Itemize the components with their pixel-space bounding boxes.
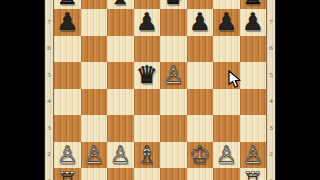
rank-label-6: 6 [45, 45, 53, 52]
square-c1[interactable] [107, 168, 134, 180]
rank-label-5: 5 [45, 72, 53, 79]
square-a7[interactable]: ♟ [54, 9, 81, 36]
square-f4[interactable] [187, 89, 214, 116]
square-a1[interactable]: ♖ [54, 168, 81, 180]
piece-black-pawn-a7[interactable]: ♟ [54, 9, 81, 36]
piece-white-pawn-a2[interactable]: ♙ [54, 142, 81, 169]
rank-label-3: 3 [267, 125, 275, 132]
square-h2[interactable]: ♙ [240, 142, 267, 169]
square-h6[interactable] [240, 36, 267, 63]
square-f2[interactable]: ♔ [187, 142, 214, 169]
square-b5[interactable] [81, 62, 108, 89]
piece-white-rook-h1[interactable]: ♖ [240, 168, 267, 180]
square-c6[interactable] [107, 36, 134, 63]
piece-white-rook-a1[interactable]: ♖ [54, 168, 81, 180]
square-c2[interactable]: ♙ [107, 142, 134, 169]
rank-label-6: 6 [267, 45, 275, 52]
square-d5[interactable]: ♛ [134, 62, 161, 89]
rank-label-5: 5 [267, 72, 275, 79]
piece-black-bishop-c8[interactable]: ♝ [107, 0, 134, 9]
square-d6[interactable] [134, 36, 161, 63]
piece-black-pawn-f7[interactable]: ♟ [187, 9, 214, 36]
piece-white-pawn-g2[interactable]: ♙ [213, 142, 240, 169]
piece-black-king-e8[interactable]: ♚ [160, 0, 187, 9]
square-d7[interactable]: ♟ [134, 9, 161, 36]
square-h5[interactable] [240, 62, 267, 89]
piece-white-bishop-d2[interactable]: ♗ [134, 142, 161, 169]
square-c8[interactable]: ♝ [107, 0, 134, 9]
board-grid: ♜♝♚♜♟♟♟♟♟♛♙♙♙♙♗♔♙♙♖♖ [54, 0, 266, 180]
chess-board: 87654321 ♜♝♚♜♟♟♟♟♟♛♙♙♙♙♗♔♙♙♖♖ 87654321 [44, 0, 276, 180]
square-b8[interactable] [81, 0, 108, 9]
square-g7[interactable]: ♟ [213, 9, 240, 36]
square-e6[interactable] [160, 36, 187, 63]
square-g1[interactable] [213, 168, 240, 180]
square-c3[interactable] [107, 115, 134, 142]
piece-black-pawn-d7[interactable]: ♟ [134, 9, 161, 36]
square-h4[interactable] [240, 89, 267, 116]
square-e3[interactable] [160, 115, 187, 142]
square-b7[interactable] [81, 9, 108, 36]
square-b6[interactable] [81, 36, 108, 63]
rank-label-1: 1 [267, 178, 275, 180]
square-c7[interactable] [107, 9, 134, 36]
square-g2[interactable]: ♙ [213, 142, 240, 169]
piece-white-pawn-c2[interactable]: ♙ [107, 142, 134, 169]
square-e4[interactable] [160, 89, 187, 116]
square-a4[interactable] [54, 89, 81, 116]
piece-white-pawn-e5[interactable]: ♙ [160, 62, 187, 89]
square-h3[interactable] [240, 115, 267, 142]
board-border-right: 87654321 [266, 0, 276, 180]
square-e2[interactable] [160, 142, 187, 169]
square-a2[interactable]: ♙ [54, 142, 81, 169]
square-f7[interactable]: ♟ [187, 9, 214, 36]
rank-label-7: 7 [267, 19, 275, 26]
rank-label-3: 3 [45, 125, 53, 132]
square-d1[interactable] [134, 168, 161, 180]
rank-label-2: 2 [267, 151, 275, 158]
square-d3[interactable] [134, 115, 161, 142]
square-g3[interactable] [213, 115, 240, 142]
square-b4[interactable] [81, 89, 108, 116]
square-f1[interactable] [187, 168, 214, 180]
arrow-cursor [228, 70, 241, 89]
square-f3[interactable] [187, 115, 214, 142]
square-d4[interactable] [134, 89, 161, 116]
square-c4[interactable] [107, 89, 134, 116]
video-frame: 87654321 ♜♝♚♜♟♟♟♟♟♛♙♙♙♙♗♔♙♙♖♖ 87654321 [0, 0, 320, 180]
square-e8[interactable]: ♚ [160, 0, 187, 9]
square-b1[interactable] [81, 168, 108, 180]
square-b3[interactable] [81, 115, 108, 142]
square-e5[interactable]: ♙ [160, 62, 187, 89]
piece-black-pawn-g7[interactable]: ♟ [213, 9, 240, 36]
square-e1[interactable] [160, 168, 187, 180]
board-border-left: 87654321 [44, 0, 54, 180]
square-f6[interactable] [187, 36, 214, 63]
square-d2[interactable]: ♗ [134, 142, 161, 169]
square-h7[interactable]: ♟ [240, 9, 267, 36]
piece-black-pawn-h7[interactable]: ♟ [240, 9, 267, 36]
square-e7[interactable] [160, 9, 187, 36]
piece-white-pawn-b2[interactable]: ♙ [81, 142, 108, 169]
piece-black-queen-d5[interactable]: ♛ [134, 62, 161, 89]
rank-label-4: 4 [45, 98, 53, 105]
square-f5[interactable] [187, 62, 214, 89]
square-a6[interactable] [54, 36, 81, 63]
rank-label-7: 7 [45, 19, 53, 26]
piece-white-pawn-h2[interactable]: ♙ [240, 142, 267, 169]
rank-label-4: 4 [267, 98, 275, 105]
square-g4[interactable] [213, 89, 240, 116]
square-g6[interactable] [213, 36, 240, 63]
square-a3[interactable] [54, 115, 81, 142]
rank-label-2: 2 [45, 151, 53, 158]
square-c5[interactable] [107, 62, 134, 89]
square-b2[interactable]: ♙ [81, 142, 108, 169]
rank-label-1: 1 [45, 178, 53, 180]
piece-white-king-f2[interactable]: ♔ [187, 142, 214, 169]
square-a5[interactable] [54, 62, 81, 89]
square-h1[interactable]: ♖ [240, 168, 267, 180]
